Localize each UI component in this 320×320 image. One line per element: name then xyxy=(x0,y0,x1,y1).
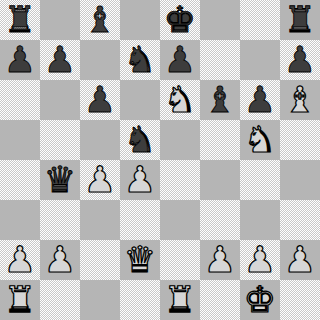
piece-white-bishop[interactable]: ♝ xyxy=(284,80,316,120)
piece-white-queen[interactable]: ♛ xyxy=(124,240,156,280)
square-h8[interactable]: ♜ xyxy=(280,0,320,40)
square-c4[interactable]: ♟ xyxy=(80,160,120,200)
piece-black-king[interactable]: ♚ xyxy=(164,0,196,40)
square-a2[interactable]: ♟ xyxy=(0,240,40,280)
square-e3[interactable] xyxy=(160,200,200,240)
square-h1[interactable] xyxy=(280,280,320,320)
square-c2[interactable] xyxy=(80,240,120,280)
piece-black-pawn[interactable]: ♟ xyxy=(44,40,76,80)
square-g6[interactable]: ♟ xyxy=(240,80,280,120)
chess-board: ♜♝♚♜♟♟♞♟♟♟♞♝♟♝♞♞♛♟♟♟♟♛♟♟♟♜♜♚ xyxy=(0,0,320,320)
square-b2[interactable]: ♟ xyxy=(40,240,80,280)
square-d2[interactable]: ♛ xyxy=(120,240,160,280)
square-e2[interactable] xyxy=(160,240,200,280)
square-d8[interactable] xyxy=(120,0,160,40)
piece-white-pawn[interactable]: ♟ xyxy=(84,160,116,200)
piece-white-pawn[interactable]: ♟ xyxy=(204,240,236,280)
square-f6[interactable]: ♝ xyxy=(200,80,240,120)
square-c6[interactable]: ♟ xyxy=(80,80,120,120)
square-e8[interactable]: ♚ xyxy=(160,0,200,40)
square-b6[interactable] xyxy=(40,80,80,120)
piece-black-bishop[interactable]: ♝ xyxy=(204,80,236,120)
square-e1[interactable]: ♜ xyxy=(160,280,200,320)
square-d6[interactable] xyxy=(120,80,160,120)
piece-black-knight[interactable]: ♞ xyxy=(124,40,156,80)
piece-black-pawn[interactable]: ♟ xyxy=(84,80,116,120)
square-f3[interactable] xyxy=(200,200,240,240)
piece-white-pawn[interactable]: ♟ xyxy=(4,240,36,280)
square-b1[interactable] xyxy=(40,280,80,320)
square-h7[interactable]: ♟ xyxy=(280,40,320,80)
square-a6[interactable] xyxy=(0,80,40,120)
square-b7[interactable]: ♟ xyxy=(40,40,80,80)
square-c8[interactable]: ♝ xyxy=(80,0,120,40)
piece-black-bishop[interactable]: ♝ xyxy=(84,0,116,40)
piece-black-pawn[interactable]: ♟ xyxy=(164,40,196,80)
square-f7[interactable] xyxy=(200,40,240,80)
square-g1[interactable]: ♚ xyxy=(240,280,280,320)
piece-white-pawn[interactable]: ♟ xyxy=(244,240,276,280)
piece-white-knight[interactable]: ♞ xyxy=(244,120,276,160)
square-c5[interactable] xyxy=(80,120,120,160)
square-d4[interactable]: ♟ xyxy=(120,160,160,200)
piece-black-queen[interactable]: ♛ xyxy=(44,160,76,200)
square-f8[interactable] xyxy=(200,0,240,40)
square-c7[interactable] xyxy=(80,40,120,80)
square-d5[interactable]: ♞ xyxy=(120,120,160,160)
piece-black-rook[interactable]: ♜ xyxy=(284,0,316,40)
square-f5[interactable] xyxy=(200,120,240,160)
square-h2[interactable]: ♟ xyxy=(280,240,320,280)
square-h4[interactable] xyxy=(280,160,320,200)
piece-white-rook[interactable]: ♜ xyxy=(4,280,36,320)
square-a1[interactable]: ♜ xyxy=(0,280,40,320)
square-g4[interactable] xyxy=(240,160,280,200)
piece-black-pawn[interactable]: ♟ xyxy=(4,40,36,80)
square-a7[interactable]: ♟ xyxy=(0,40,40,80)
square-h5[interactable] xyxy=(280,120,320,160)
square-d7[interactable]: ♞ xyxy=(120,40,160,80)
piece-white-pawn[interactable]: ♟ xyxy=(284,240,316,280)
piece-black-pawn[interactable]: ♟ xyxy=(284,40,316,80)
piece-white-pawn[interactable]: ♟ xyxy=(44,240,76,280)
piece-white-king[interactable]: ♚ xyxy=(244,280,276,320)
square-a3[interactable] xyxy=(0,200,40,240)
square-b8[interactable] xyxy=(40,0,80,40)
square-g8[interactable] xyxy=(240,0,280,40)
square-d3[interactable] xyxy=(120,200,160,240)
square-g7[interactable] xyxy=(240,40,280,80)
piece-black-rook[interactable]: ♜ xyxy=(4,0,36,40)
square-h6[interactable]: ♝ xyxy=(280,80,320,120)
square-a8[interactable]: ♜ xyxy=(0,0,40,40)
square-b5[interactable] xyxy=(40,120,80,160)
square-g3[interactable] xyxy=(240,200,280,240)
square-h3[interactable] xyxy=(280,200,320,240)
square-c3[interactable] xyxy=(80,200,120,240)
square-g2[interactable]: ♟ xyxy=(240,240,280,280)
piece-white-knight[interactable]: ♞ xyxy=(164,80,196,120)
square-e7[interactable]: ♟ xyxy=(160,40,200,80)
piece-white-pawn[interactable]: ♟ xyxy=(124,160,156,200)
square-e5[interactable] xyxy=(160,120,200,160)
square-e4[interactable] xyxy=(160,160,200,200)
square-d1[interactable] xyxy=(120,280,160,320)
piece-black-knight[interactable]: ♞ xyxy=(124,120,156,160)
square-b3[interactable] xyxy=(40,200,80,240)
square-g5[interactable]: ♞ xyxy=(240,120,280,160)
square-a5[interactable] xyxy=(0,120,40,160)
square-a4[interactable] xyxy=(0,160,40,200)
square-f1[interactable] xyxy=(200,280,240,320)
square-f2[interactable]: ♟ xyxy=(200,240,240,280)
square-b4[interactable]: ♛ xyxy=(40,160,80,200)
piece-white-rook[interactable]: ♜ xyxy=(164,280,196,320)
square-c1[interactable] xyxy=(80,280,120,320)
square-e6[interactable]: ♞ xyxy=(160,80,200,120)
piece-black-pawn[interactable]: ♟ xyxy=(244,80,276,120)
square-f4[interactable] xyxy=(200,160,240,200)
